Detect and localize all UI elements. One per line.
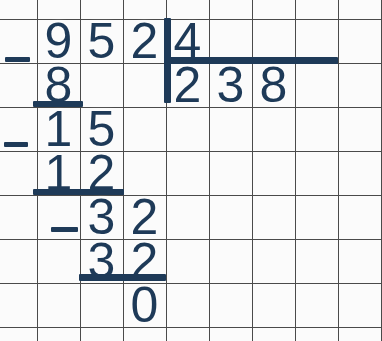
quotient-overbar-icon <box>164 57 338 64</box>
minus-sign-1-icon <box>5 57 30 62</box>
subtraction-underline-3-icon <box>79 274 166 281</box>
minus-sign-2-icon <box>4 142 28 147</box>
minus-sign-3-icon <box>51 227 78 232</box>
squared-paper-grid: 9 5 2 4 8 2 3 8 1 5 1 2 3 2 3 2 0 <box>0 0 382 341</box>
subtraction-underline-2-icon <box>33 189 124 195</box>
digit-quotient-tens: 3 <box>209 63 252 107</box>
digit-quotient-hundreds: 2 <box>166 63 209 107</box>
digit-final-remainder-0: 0 <box>123 283 166 327</box>
subtraction-underline-1-icon <box>33 101 83 107</box>
digit-dividend-ones: 2 <box>123 19 166 63</box>
digit-quotient-ones: 8 <box>252 63 295 107</box>
digit-dividend-tens: 5 <box>80 19 123 63</box>
